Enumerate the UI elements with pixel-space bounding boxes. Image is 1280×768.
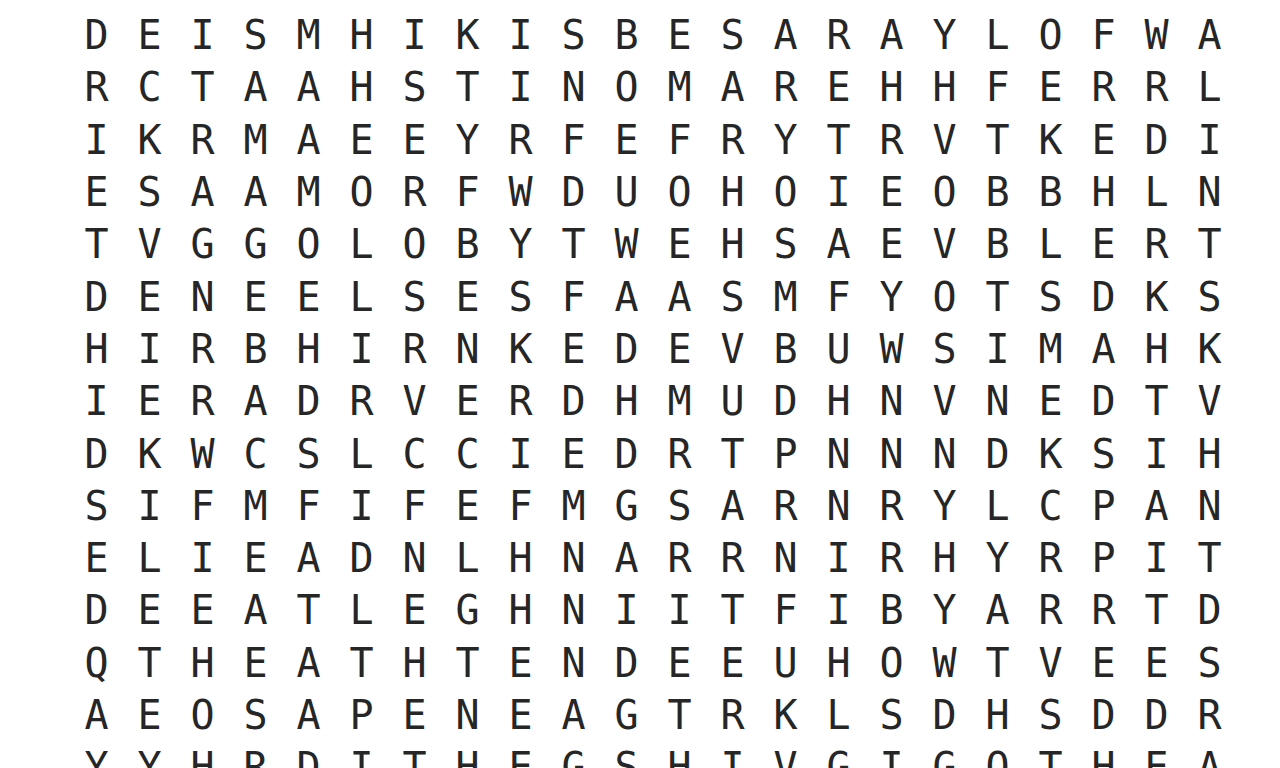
grid-cell-r10c21[interactable]: A [1130,480,1183,532]
grid-cell-r6c6[interactable]: L [335,270,388,322]
grid-cell-r3c10[interactable]: F [547,114,600,166]
grid-cell-r12c6[interactable]: L [335,584,388,636]
grid-cell-r9c7[interactable]: C [388,427,441,479]
grid-cell-r8c8[interactable]: E [441,375,494,427]
grid-cell-r5c21[interactable]: R [1130,218,1183,270]
grid-cell-r5c13[interactable]: H [706,218,759,270]
grid-cell-r5c22[interactable]: T [1183,218,1236,270]
grid-cell-r13c14[interactable]: U [759,637,812,689]
grid-cell-r7c11[interactable]: D [600,323,653,375]
grid-cell-r1c2[interactable]: E [123,9,176,61]
grid-cell-r6c19[interactable]: S [1024,270,1077,322]
grid-cell-r3c4[interactable]: M [229,114,282,166]
grid-cell-r11c18[interactable]: Y [971,532,1024,584]
grid-cell-r11c21[interactable]: I [1130,532,1183,584]
grid-cell-r2c16[interactable]: H [865,61,918,113]
grid-cell-r14c10[interactable]: A [547,689,600,741]
grid-cell-r5c19[interactable]: L [1024,218,1077,270]
grid-cell-r9c22[interactable]: H [1183,427,1236,479]
grid-cell-r1c7[interactable]: I [388,9,441,61]
grid-cell-r14c7[interactable]: E [388,689,441,741]
grid-cell-r11c16[interactable]: R [865,532,918,584]
grid-cell-r4c3[interactable]: A [176,166,229,218]
grid-cell-r9c11[interactable]: D [600,427,653,479]
grid-cell-r13c17[interactable]: W [918,637,971,689]
grid-cell-r3c2[interactable]: K [123,114,176,166]
grid-cell-r3c8[interactable]: Y [441,114,494,166]
grid-cell-r6c21[interactable]: K [1130,270,1183,322]
grid-cell-r4c4[interactable]: A [229,166,282,218]
grid-cell-r9c17[interactable]: N [918,427,971,479]
grid-cell-r6c2[interactable]: E [123,270,176,322]
grid-cell-r3c20[interactable]: E [1077,114,1130,166]
grid-cell-r9c8[interactable]: C [441,427,494,479]
grid-cell-r15c12[interactable]: H [653,741,706,768]
grid-cell-r15c4[interactable]: R [229,741,282,768]
grid-cell-r14c5[interactable]: A [282,689,335,741]
grid-cell-r13c18[interactable]: T [971,637,1024,689]
grid-cell-r14c19[interactable]: S [1024,689,1077,741]
grid-cell-r3c3[interactable]: R [176,114,229,166]
grid-cell-r4c6[interactable]: O [335,166,388,218]
grid-cell-r2c6[interactable]: H [335,61,388,113]
grid-cell-r6c9[interactable]: S [494,270,547,322]
grid-cell-r5c11[interactable]: W [600,218,653,270]
grid-cell-r2c20[interactable]: R [1077,61,1130,113]
grid-cell-r12c2[interactable]: E [123,584,176,636]
grid-cell-r4c21[interactable]: L [1130,166,1183,218]
grid-cell-r7c5[interactable]: H [282,323,335,375]
grid-cell-r9c10[interactable]: E [547,427,600,479]
grid-cell-r7c7[interactable]: R [388,323,441,375]
grid-cell-r14c14[interactable]: K [759,689,812,741]
grid-cell-r8c2[interactable]: E [123,375,176,427]
grid-cell-r15c16[interactable]: I [865,741,918,768]
grid-cell-r7c16[interactable]: W [865,323,918,375]
grid-cell-r10c6[interactable]: I [335,480,388,532]
grid-cell-r14c1[interactable]: A [70,689,123,741]
grid-cell-r8c13[interactable]: U [706,375,759,427]
grid-cell-r8c9[interactable]: R [494,375,547,427]
grid-cell-r7c15[interactable]: U [812,323,865,375]
grid-cell-r3c13[interactable]: R [706,114,759,166]
grid-cell-r6c8[interactable]: E [441,270,494,322]
grid-cell-r4c8[interactable]: F [441,166,494,218]
grid-cell-r11c20[interactable]: P [1077,532,1130,584]
grid-cell-r9c3[interactable]: W [176,427,229,479]
grid-cell-r12c12[interactable]: I [653,584,706,636]
grid-cell-r11c7[interactable]: N [388,532,441,584]
grid-cell-r1c9[interactable]: I [494,9,547,61]
grid-cell-r5c20[interactable]: E [1077,218,1130,270]
grid-cell-r10c9[interactable]: F [494,480,547,532]
grid-cell-r13c19[interactable]: V [1024,637,1077,689]
grid-cell-r15c17[interactable]: G [918,741,971,768]
grid-cell-r7c6[interactable]: I [335,323,388,375]
grid-cell-r7c19[interactable]: M [1024,323,1077,375]
grid-cell-r3c17[interactable]: V [918,114,971,166]
grid-cell-r7c21[interactable]: H [1130,323,1183,375]
grid-cell-r6c10[interactable]: F [547,270,600,322]
grid-cell-r5c4[interactable]: G [229,218,282,270]
grid-cell-r14c12[interactable]: T [653,689,706,741]
grid-cell-r15c3[interactable]: H [176,741,229,768]
grid-cell-r12c11[interactable]: I [600,584,653,636]
grid-cell-r10c4[interactable]: M [229,480,282,532]
grid-cell-r1c10[interactable]: S [547,9,600,61]
grid-cell-r7c4[interactable]: B [229,323,282,375]
grid-cell-r8c4[interactable]: A [229,375,282,427]
grid-cell-r4c9[interactable]: W [494,166,547,218]
grid-cell-r12c15[interactable]: I [812,584,865,636]
grid-cell-r5c3[interactable]: G [176,218,229,270]
grid-cell-r11c2[interactable]: L [123,532,176,584]
grid-cell-r4c13[interactable]: H [706,166,759,218]
grid-cell-r5c14[interactable]: S [759,218,812,270]
grid-cell-r11c6[interactable]: D [335,532,388,584]
grid-cell-r8c18[interactable]: N [971,375,1024,427]
grid-cell-r3c15[interactable]: T [812,114,865,166]
grid-cell-r10c18[interactable]: L [971,480,1024,532]
grid-cell-r2c8[interactable]: T [441,61,494,113]
grid-cell-r15c20[interactable]: H [1077,741,1130,768]
grid-cell-r7c2[interactable]: I [123,323,176,375]
grid-cell-r4c2[interactable]: S [123,166,176,218]
grid-cell-r3c14[interactable]: Y [759,114,812,166]
grid-cell-r14c13[interactable]: R [706,689,759,741]
grid-cell-r15c5[interactable]: D [282,741,335,768]
grid-cell-r1c22[interactable]: A [1183,9,1236,61]
grid-cell-r1c12[interactable]: E [653,9,706,61]
grid-cell-r15c13[interactable]: I [706,741,759,768]
grid-cell-r4c7[interactable]: R [388,166,441,218]
grid-cell-r12c22[interactable]: D [1183,584,1236,636]
grid-cell-r5c15[interactable]: A [812,218,865,270]
grid-cell-r10c20[interactable]: P [1077,480,1130,532]
grid-cell-r15c6[interactable]: I [335,741,388,768]
grid-cell-r3c21[interactable]: D [1130,114,1183,166]
grid-cell-r13c16[interactable]: O [865,637,918,689]
grid-cell-r8c14[interactable]: D [759,375,812,427]
grid-cell-r8c15[interactable]: H [812,375,865,427]
grid-cell-r15c19[interactable]: T [1024,741,1077,768]
grid-cell-r2c21[interactable]: R [1130,61,1183,113]
grid-cell-r2c14[interactable]: R [759,61,812,113]
grid-cell-r12c17[interactable]: Y [918,584,971,636]
grid-cell-r8c22[interactable]: V [1183,375,1236,427]
grid-cell-r7c12[interactable]: E [653,323,706,375]
grid-cell-r11c13[interactable]: R [706,532,759,584]
grid-cell-r4c11[interactable]: U [600,166,653,218]
grid-cell-r11c9[interactable]: H [494,532,547,584]
grid-cell-r8c16[interactable]: N [865,375,918,427]
grid-cell-r1c15[interactable]: R [812,9,865,61]
grid-cell-r9c12[interactable]: R [653,427,706,479]
grid-cell-r1c11[interactable]: B [600,9,653,61]
grid-cell-r3c5[interactable]: A [282,114,335,166]
grid-cell-r14c3[interactable]: O [176,689,229,741]
grid-cell-r10c15[interactable]: N [812,480,865,532]
grid-cell-r8c12[interactable]: M [653,375,706,427]
grid-cell-r6c17[interactable]: O [918,270,971,322]
grid-cell-r11c8[interactable]: L [441,532,494,584]
grid-cell-r3c12[interactable]: F [653,114,706,166]
grid-cell-r10c11[interactable]: G [600,480,653,532]
grid-cell-r4c10[interactable]: D [547,166,600,218]
grid-cell-r2c3[interactable]: T [176,61,229,113]
grid-cell-r9c16[interactable]: N [865,427,918,479]
grid-cell-r13c5[interactable]: A [282,637,335,689]
grid-cell-r10c10[interactable]: M [547,480,600,532]
grid-cell-r2c4[interactable]: A [229,61,282,113]
grid-cell-r4c20[interactable]: H [1077,166,1130,218]
grid-cell-r5c5[interactable]: O [282,218,335,270]
grid-cell-r12c4[interactable]: A [229,584,282,636]
grid-cell-r4c12[interactable]: O [653,166,706,218]
grid-cell-r2c9[interactable]: I [494,61,547,113]
grid-cell-r3c16[interactable]: R [865,114,918,166]
grid-cell-r12c18[interactable]: A [971,584,1024,636]
grid-cell-r10c12[interactable]: S [653,480,706,532]
grid-cell-r10c13[interactable]: A [706,480,759,532]
grid-cell-r13c10[interactable]: N [547,637,600,689]
grid-cell-r12c19[interactable]: R [1024,584,1077,636]
grid-cell-r2c7[interactable]: S [388,61,441,113]
grid-cell-r9c13[interactable]: T [706,427,759,479]
grid-cell-r15c2[interactable]: Y [123,741,176,768]
grid-cell-r13c13[interactable]: E [706,637,759,689]
grid-cell-r11c12[interactable]: R [653,532,706,584]
grid-cell-r6c1[interactable]: D [70,270,123,322]
grid-cell-r5c9[interactable]: Y [494,218,547,270]
grid-cell-r4c19[interactable]: B [1024,166,1077,218]
grid-cell-r13c2[interactable]: T [123,637,176,689]
grid-cell-r1c5[interactable]: M [282,9,335,61]
grid-cell-r3c11[interactable]: E [600,114,653,166]
grid-cell-r12c21[interactable]: T [1130,584,1183,636]
grid-cell-r6c7[interactable]: S [388,270,441,322]
grid-cell-r7c8[interactable]: N [441,323,494,375]
grid-cell-r5c6[interactable]: L [335,218,388,270]
grid-cell-r10c8[interactable]: E [441,480,494,532]
grid-cell-r11c5[interactable]: A [282,532,335,584]
grid-cell-r2c1[interactable]: R [70,61,123,113]
grid-cell-r6c12[interactable]: A [653,270,706,322]
grid-cell-r13c6[interactable]: T [335,637,388,689]
grid-cell-r3c9[interactable]: R [494,114,547,166]
grid-cell-r8c6[interactable]: R [335,375,388,427]
grid-cell-r5c2[interactable]: V [123,218,176,270]
grid-cell-r5c10[interactable]: T [547,218,600,270]
grid-cell-r1c8[interactable]: K [441,9,494,61]
grid-cell-r9c15[interactable]: N [812,427,865,479]
grid-cell-r13c8[interactable]: T [441,637,494,689]
grid-cell-r4c16[interactable]: E [865,166,918,218]
grid-cell-r10c19[interactable]: C [1024,480,1077,532]
grid-cell-r4c14[interactable]: O [759,166,812,218]
grid-cell-r2c12[interactable]: M [653,61,706,113]
grid-cell-r9c20[interactable]: S [1077,427,1130,479]
grid-cell-r11c10[interactable]: N [547,532,600,584]
grid-cell-r2c22[interactable]: L [1183,61,1236,113]
grid-cell-r13c1[interactable]: Q [70,637,123,689]
grid-cell-r14c11[interactable]: G [600,689,653,741]
grid-cell-r10c17[interactable]: Y [918,480,971,532]
grid-cell-r7c18[interactable]: I [971,323,1024,375]
grid-cell-r8c10[interactable]: D [547,375,600,427]
grid-cell-r6c11[interactable]: A [600,270,653,322]
grid-cell-r4c1[interactable]: E [70,166,123,218]
grid-cell-r1c6[interactable]: H [335,9,388,61]
grid-cell-r14c9[interactable]: E [494,689,547,741]
grid-cell-r9c5[interactable]: S [282,427,335,479]
grid-cell-r11c1[interactable]: E [70,532,123,584]
grid-cell-r8c17[interactable]: V [918,375,971,427]
grid-cell-r14c8[interactable]: N [441,689,494,741]
grid-cell-r13c11[interactable]: D [600,637,653,689]
grid-cell-r1c18[interactable]: L [971,9,1024,61]
grid-cell-r15c1[interactable]: Y [70,741,123,768]
grid-cell-r6c15[interactable]: F [812,270,865,322]
grid-cell-r12c16[interactable]: B [865,584,918,636]
grid-cell-r2c10[interactable]: N [547,61,600,113]
grid-cell-r15c22[interactable]: A [1183,741,1236,768]
grid-cell-r4c17[interactable]: O [918,166,971,218]
grid-cell-r12c7[interactable]: E [388,584,441,636]
grid-cell-r4c22[interactable]: N [1183,166,1236,218]
grid-cell-r12c1[interactable]: D [70,584,123,636]
grid-cell-r6c16[interactable]: Y [865,270,918,322]
grid-cell-r13c15[interactable]: H [812,637,865,689]
grid-cell-r8c11[interactable]: H [600,375,653,427]
grid-cell-r5c12[interactable]: E [653,218,706,270]
grid-cell-r7c9[interactable]: K [494,323,547,375]
grid-cell-r1c4[interactable]: S [229,9,282,61]
grid-cell-r13c4[interactable]: E [229,637,282,689]
grid-cell-r6c14[interactable]: M [759,270,812,322]
grid-cell-r11c11[interactable]: A [600,532,653,584]
grid-cell-r11c14[interactable]: N [759,532,812,584]
grid-cell-r1c3[interactable]: I [176,9,229,61]
grid-cell-r5c17[interactable]: V [918,218,971,270]
grid-cell-r8c1[interactable]: I [70,375,123,427]
grid-cell-r5c18[interactable]: B [971,218,1024,270]
grid-cell-r3c7[interactable]: E [388,114,441,166]
grid-cell-r11c19[interactable]: R [1024,532,1077,584]
grid-cell-r1c16[interactable]: A [865,9,918,61]
grid-cell-r14c17[interactable]: D [918,689,971,741]
grid-cell-r6c22[interactable]: S [1183,270,1236,322]
grid-cell-r12c20[interactable]: R [1077,584,1130,636]
grid-cell-r14c4[interactable]: S [229,689,282,741]
grid-cell-r5c16[interactable]: E [865,218,918,270]
grid-cell-r12c10[interactable]: N [547,584,600,636]
grid-cell-r1c14[interactable]: A [759,9,812,61]
grid-cell-r4c18[interactable]: B [971,166,1024,218]
grid-cell-r7c10[interactable]: E [547,323,600,375]
grid-cell-r15c18[interactable]: O [971,741,1024,768]
grid-cell-r13c20[interactable]: E [1077,637,1130,689]
grid-cell-r10c3[interactable]: F [176,480,229,532]
grid-cell-r14c22[interactable]: R [1183,689,1236,741]
grid-cell-r8c5[interactable]: D [282,375,335,427]
grid-cell-r2c11[interactable]: O [600,61,653,113]
grid-cell-r15c9[interactable]: E [494,741,547,768]
grid-cell-r7c20[interactable]: A [1077,323,1130,375]
grid-cell-r10c14[interactable]: R [759,480,812,532]
grid-cell-r15c8[interactable]: H [441,741,494,768]
grid-cell-r14c6[interactable]: P [335,689,388,741]
grid-cell-r9c6[interactable]: L [335,427,388,479]
grid-cell-r8c19[interactable]: E [1024,375,1077,427]
grid-cell-r9c9[interactable]: I [494,427,547,479]
grid-cell-r2c5[interactable]: A [282,61,335,113]
grid-cell-r3c19[interactable]: K [1024,114,1077,166]
grid-cell-r1c19[interactable]: O [1024,9,1077,61]
grid-cell-r13c21[interactable]: E [1130,637,1183,689]
grid-cell-r6c18[interactable]: T [971,270,1024,322]
grid-cell-r10c22[interactable]: N [1183,480,1236,532]
grid-cell-r6c13[interactable]: S [706,270,759,322]
grid-cell-r7c13[interactable]: V [706,323,759,375]
grid-cell-r13c3[interactable]: H [176,637,229,689]
grid-cell-r1c17[interactable]: Y [918,9,971,61]
grid-cell-r12c9[interactable]: H [494,584,547,636]
grid-cell-r14c15[interactable]: L [812,689,865,741]
grid-cell-r6c20[interactable]: D [1077,270,1130,322]
grid-cell-r4c15[interactable]: I [812,166,865,218]
grid-cell-r13c22[interactable]: S [1183,637,1236,689]
grid-cell-r2c18[interactable]: F [971,61,1024,113]
grid-cell-r1c20[interactable]: F [1077,9,1130,61]
grid-cell-r12c5[interactable]: T [282,584,335,636]
grid-cell-r10c2[interactable]: I [123,480,176,532]
grid-cell-r15c21[interactable]: E [1130,741,1183,768]
grid-cell-r5c1[interactable]: T [70,218,123,270]
grid-cell-r11c4[interactable]: E [229,532,282,584]
grid-cell-r3c18[interactable]: T [971,114,1024,166]
grid-cell-r7c14[interactable]: B [759,323,812,375]
grid-cell-r5c8[interactable]: B [441,218,494,270]
grid-cell-r13c9[interactable]: E [494,637,547,689]
grid-cell-r4c5[interactable]: M [282,166,335,218]
grid-cell-r3c6[interactable]: E [335,114,388,166]
grid-cell-r1c1[interactable]: D [70,9,123,61]
grid-cell-r2c15[interactable]: E [812,61,865,113]
grid-cell-r8c20[interactable]: D [1077,375,1130,427]
grid-cell-r12c8[interactable]: G [441,584,494,636]
grid-cell-r12c3[interactable]: E [176,584,229,636]
grid-cell-r11c15[interactable]: I [812,532,865,584]
grid-cell-r9c19[interactable]: K [1024,427,1077,479]
grid-cell-r9c2[interactable]: K [123,427,176,479]
grid-cell-r9c14[interactable]: P [759,427,812,479]
grid-cell-r6c5[interactable]: E [282,270,335,322]
grid-cell-r10c7[interactable]: F [388,480,441,532]
grid-cell-r9c18[interactable]: D [971,427,1024,479]
grid-cell-r15c14[interactable]: V [759,741,812,768]
grid-cell-r2c2[interactable]: C [123,61,176,113]
grid-cell-r7c1[interactable]: H [70,323,123,375]
grid-cell-r15c10[interactable]: G [547,741,600,768]
grid-cell-r10c5[interactable]: F [282,480,335,532]
grid-cell-r11c3[interactable]: I [176,532,229,584]
grid-cell-r6c3[interactable]: N [176,270,229,322]
grid-cell-r9c21[interactable]: I [1130,427,1183,479]
grid-cell-r8c3[interactable]: R [176,375,229,427]
grid-cell-r3c22[interactable]: I [1183,114,1236,166]
grid-cell-r6c4[interactable]: E [229,270,282,322]
